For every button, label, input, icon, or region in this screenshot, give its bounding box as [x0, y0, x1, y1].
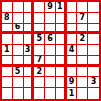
cell-r4c9[interactable] [88, 34, 99, 45]
cell-r7c6[interactable] [56, 67, 67, 78]
cell-r9c6[interactable] [56, 88, 67, 99]
cell-r7c1[interactable] [2, 67, 13, 78]
cell-r1c1[interactable] [2, 2, 13, 13]
cell-r4c2[interactable] [13, 34, 24, 45]
cell-r1c8[interactable] [77, 2, 88, 13]
cell-r1c9[interactable] [88, 2, 99, 13]
cell-r7c9[interactable] [88, 67, 99, 78]
cell-r4c4: 5 [34, 34, 45, 45]
cell-r4c1[interactable] [2, 34, 13, 45]
cell-r5c7: 4 [67, 45, 78, 56]
cell-r8c9: 3 [88, 77, 99, 88]
cell-r1c2[interactable] [13, 2, 24, 13]
cell-r2c9[interactable] [88, 13, 99, 24]
cell-r1c6: 1 [56, 2, 67, 13]
cell-r8c2[interactable] [13, 77, 24, 88]
cell-r6c5[interactable] [45, 56, 56, 67]
cell-r2c4[interactable] [34, 13, 45, 24]
cell-r5c2[interactable] [13, 45, 24, 56]
cell-r6c2[interactable] [13, 56, 24, 67]
cell-r5c5[interactable] [45, 45, 56, 56]
cell-r7c8[interactable] [77, 67, 88, 78]
cell-r1c7[interactable] [67, 2, 78, 13]
cell-r4c5: 6 [45, 34, 56, 45]
cell-r6c3[interactable] [24, 56, 35, 67]
cell-r4c8: 2 [77, 34, 88, 45]
cell-r3c3[interactable] [24, 24, 35, 35]
cell-r6c1[interactable] [2, 56, 13, 67]
cell-r7c4: 2 [34, 67, 45, 78]
cell-r3c7[interactable] [67, 24, 78, 35]
cell-r4c3[interactable] [24, 34, 35, 45]
cell-r7c7[interactable] [67, 67, 78, 78]
cell-r7c5[interactable] [45, 67, 56, 78]
cell-r9c3[interactable] [24, 88, 35, 99]
cell-r3c9[interactable] [88, 24, 99, 35]
cell-r5c8[interactable] [77, 45, 88, 56]
cell-r2c3[interactable] [24, 13, 35, 24]
cell-r4c6[interactable] [56, 34, 67, 45]
cell-r6c4: 7 [34, 56, 45, 67]
cell-r9c4[interactable] [34, 88, 45, 99]
cell-r3c2: 6 [13, 24, 24, 35]
cell-r9c7: 1 [67, 88, 78, 99]
cell-r2c5[interactable] [45, 13, 56, 24]
sudoku-board: 91876562134752931 [0, 0, 101, 101]
cell-r6c7[interactable] [67, 56, 78, 67]
cell-r5c4[interactable] [34, 45, 45, 56]
cell-r5c3: 3 [24, 45, 35, 56]
cell-r7c3[interactable] [24, 67, 35, 78]
cell-r2c7[interactable] [67, 13, 78, 24]
cell-r3c8[interactable] [77, 24, 88, 35]
cell-r6c9[interactable] [88, 56, 99, 67]
cell-r8c8[interactable] [77, 77, 88, 88]
cell-r2c8: 7 [77, 13, 88, 24]
cell-r8c5[interactable] [45, 77, 56, 88]
cell-r8c1[interactable] [2, 77, 13, 88]
cell-r9c8[interactable] [77, 88, 88, 99]
cell-r1c4[interactable] [34, 2, 45, 13]
cell-r2c2[interactable] [13, 13, 24, 24]
cell-r9c9[interactable] [88, 88, 99, 99]
cell-r9c2[interactable] [13, 88, 24, 99]
cell-r2c6[interactable] [56, 13, 67, 24]
cell-r2c1: 8 [2, 13, 13, 24]
cell-r6c6[interactable] [56, 56, 67, 67]
cell-r8c4[interactable] [34, 77, 45, 88]
cell-r8c3[interactable] [24, 77, 35, 88]
cell-r9c1[interactable] [2, 88, 13, 99]
cell-r1c3[interactable] [24, 2, 35, 13]
cell-r5c9[interactable] [88, 45, 99, 56]
cell-r7c2: 5 [13, 67, 24, 78]
cell-r4c7[interactable] [67, 34, 78, 45]
cell-r3c4[interactable] [34, 24, 45, 35]
cell-r8c6[interactable] [56, 77, 67, 88]
cell-r8c7: 9 [67, 77, 78, 88]
cell-r9c5[interactable] [45, 88, 56, 99]
cell-r3c1[interactable] [2, 24, 13, 35]
cell-r1c5: 9 [45, 2, 56, 13]
cell-r5c6[interactable] [56, 45, 67, 56]
cell-r5c1: 1 [2, 45, 13, 56]
cell-r6c8[interactable] [77, 56, 88, 67]
cell-r3c6[interactable] [56, 24, 67, 35]
cell-r3c5[interactable] [45, 24, 56, 35]
